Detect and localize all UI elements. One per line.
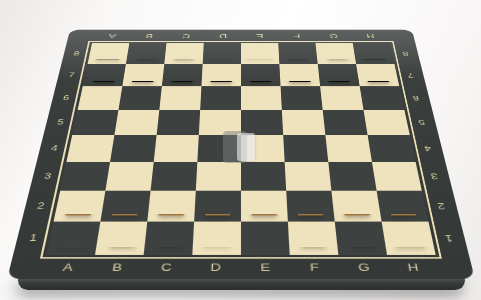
square-f4[interactable] (283, 135, 328, 162)
photo-background: ABCDEFGH ABCDEFGH 87654321 87654321 ♜♞♝♛… (0, 0, 481, 300)
square-b4[interactable] (110, 135, 157, 162)
square-c6[interactable] (159, 86, 201, 110)
rank-label-left-5: 5 (43, 110, 77, 135)
square-g6[interactable] (320, 86, 363, 110)
file-label-top-f: F (278, 30, 316, 44)
file-label-bottom-g: G (338, 255, 391, 279)
file-label-bottom-d: D (191, 255, 241, 279)
file-label-top-h: H (351, 30, 390, 44)
square-c5[interactable] (157, 110, 201, 135)
file-label-top-a: A (92, 30, 131, 44)
rank-label-left-4: 4 (37, 135, 73, 162)
square-f5[interactable] (282, 110, 326, 135)
rank-label-right-4: 4 (410, 135, 446, 162)
file-label-bottom-e: E (241, 255, 291, 279)
square-d6[interactable] (200, 86, 241, 110)
file-label-top-g: G (314, 30, 353, 44)
file-label-bottom-a: A (41, 255, 95, 279)
rank-label-left-6: 6 (50, 86, 83, 110)
square-b6[interactable] (118, 86, 161, 110)
file-label-top-b: B (129, 30, 168, 44)
square-e6[interactable] (241, 86, 282, 110)
square-h4[interactable] (368, 135, 416, 162)
file-label-bottom-b: B (91, 255, 144, 279)
file-label-top-d: D (204, 30, 241, 44)
square-c4[interactable] (154, 135, 199, 162)
file-label-top-c: C (167, 30, 205, 44)
square-a4[interactable] (66, 135, 114, 162)
rank-label-right-5: 5 (404, 110, 438, 135)
file-label-top-e: E (241, 30, 278, 44)
file-label-bottom-h: H (387, 255, 441, 279)
rank-label-right-7: 7 (394, 64, 426, 86)
square-b5[interactable] (114, 110, 159, 135)
rank-label-right-6: 6 (399, 86, 432, 110)
square-h5[interactable] (364, 110, 410, 135)
square-g4[interactable] (325, 135, 372, 162)
square-g5[interactable] (323, 110, 368, 135)
file-labels-bottom: ABCDEFGH (41, 255, 441, 279)
square-f6[interactable] (281, 86, 323, 110)
rank-label-right-8: 8 (390, 43, 421, 64)
file-label-bottom-f: F (290, 255, 341, 279)
watermark-overlay (223, 131, 257, 163)
square-a6[interactable] (78, 86, 123, 110)
square-a5[interactable] (72, 110, 118, 135)
watermark-front-rect (237, 133, 255, 161)
file-label-bottom-c: C (141, 255, 192, 279)
file-labels-top: ABCDEFGH (92, 30, 390, 44)
square-h6[interactable] (360, 86, 405, 110)
